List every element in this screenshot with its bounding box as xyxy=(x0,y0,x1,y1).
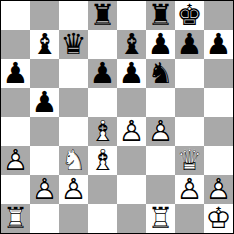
white-knight-piece[interactable]: ♞♘ xyxy=(59,146,88,175)
square-f5[interactable] xyxy=(146,88,175,117)
white-rook-outline: ♖ xyxy=(146,204,175,233)
square-g3[interactable]: ♛♕ xyxy=(175,146,204,175)
black-bishop-piece[interactable]: ♝ xyxy=(117,30,146,59)
black-king-glyph: ♚ xyxy=(175,1,204,30)
square-c6[interactable] xyxy=(59,59,88,88)
white-pawn-piece[interactable]: ♟♙ xyxy=(1,146,30,175)
black-pawn-glyph: ♟ xyxy=(117,59,146,88)
black-pawn-glyph: ♟ xyxy=(88,59,117,88)
square-e2[interactable] xyxy=(117,175,146,204)
white-pawn-outline: ♙ xyxy=(146,117,175,146)
black-pawn-glyph: ♟ xyxy=(146,30,175,59)
black-pawn-piece[interactable]: ♟ xyxy=(30,88,59,117)
white-knight-outline: ♘ xyxy=(59,146,88,175)
square-a1[interactable]: ♜♖ xyxy=(1,204,30,233)
white-pawn-outline: ♙ xyxy=(175,175,204,204)
square-d4[interactable]: ♝♗ xyxy=(88,117,117,146)
black-queen-piece[interactable]: ♛ xyxy=(59,30,88,59)
square-d3[interactable]: ♝♗ xyxy=(88,146,117,175)
white-bishop-piece[interactable]: ♝♗ xyxy=(88,146,117,175)
black-rook-glyph: ♜ xyxy=(146,1,175,30)
square-a8[interactable] xyxy=(1,1,30,30)
black-bishop-glyph: ♝ xyxy=(30,30,59,59)
square-a6[interactable]: ♟ xyxy=(1,59,30,88)
square-a2[interactable] xyxy=(1,175,30,204)
white-pawn-piece[interactable]: ♟♙ xyxy=(146,117,175,146)
white-queen-piece[interactable]: ♛♕ xyxy=(175,146,204,175)
black-pawn-piece[interactable]: ♟ xyxy=(88,59,117,88)
square-g4[interactable] xyxy=(175,117,204,146)
black-pawn-glyph: ♟ xyxy=(30,88,59,117)
square-e8[interactable] xyxy=(117,1,146,30)
square-h2[interactable]: ♟♙ xyxy=(204,175,233,204)
white-pawn-outline: ♙ xyxy=(30,175,59,204)
square-h7[interactable]: ♟ xyxy=(204,30,233,59)
square-d7[interactable] xyxy=(88,30,117,59)
chess-board: ♜♜♚♝♛♝♟♟♟♟♟♟♞♟♝♗♟♙♟♙♟♙♞♘♝♗♛♕♟♙♟♙♟♙♟♙♜♖♜♖… xyxy=(1,1,233,233)
square-e3[interactable] xyxy=(117,146,146,175)
square-g6[interactable] xyxy=(175,59,204,88)
square-h8[interactable] xyxy=(204,1,233,30)
white-rook-piece[interactable]: ♜♖ xyxy=(146,204,175,233)
white-bishop-outline: ♗ xyxy=(88,146,117,175)
white-pawn-piece[interactable]: ♟♙ xyxy=(175,175,204,204)
white-rook-outline: ♖ xyxy=(1,204,30,233)
square-c1[interactable] xyxy=(59,204,88,233)
black-bishop-glyph: ♝ xyxy=(117,30,146,59)
square-g2[interactable]: ♟♙ xyxy=(175,175,204,204)
square-h4[interactable] xyxy=(204,117,233,146)
black-knight-glyph: ♞ xyxy=(146,59,175,88)
square-c2[interactable]: ♟♙ xyxy=(59,175,88,204)
square-e7[interactable]: ♝ xyxy=(117,30,146,59)
white-king-piece[interactable]: ♚♔ xyxy=(204,204,233,233)
square-a5[interactable] xyxy=(1,88,30,117)
square-a7[interactable] xyxy=(1,30,30,59)
white-pawn-piece[interactable]: ♟♙ xyxy=(30,175,59,204)
square-d8[interactable]: ♜ xyxy=(88,1,117,30)
white-pawn-outline: ♙ xyxy=(117,117,146,146)
square-d5[interactable] xyxy=(88,88,117,117)
white-bishop-piece[interactable]: ♝♗ xyxy=(88,117,117,146)
square-h3[interactable] xyxy=(204,146,233,175)
black-pawn-piece[interactable]: ♟ xyxy=(204,30,233,59)
white-queen-outline: ♕ xyxy=(175,146,204,175)
square-g8[interactable]: ♚ xyxy=(175,1,204,30)
black-pawn-piece[interactable]: ♟ xyxy=(1,59,30,88)
square-c7[interactable]: ♛ xyxy=(59,30,88,59)
square-d1[interactable] xyxy=(88,204,117,233)
chess-board-frame: ♜♜♚♝♛♝♟♟♟♟♟♟♞♟♝♗♟♙♟♙♟♙♞♘♝♗♛♕♟♙♟♙♟♙♟♙♜♖♜♖… xyxy=(0,0,234,234)
black-rook-glyph: ♜ xyxy=(88,1,117,30)
white-pawn-piece[interactable]: ♟♙ xyxy=(204,175,233,204)
black-queen-glyph: ♛ xyxy=(59,30,88,59)
square-c3[interactable]: ♞♘ xyxy=(59,146,88,175)
black-pawn-glyph: ♟ xyxy=(175,30,204,59)
square-c5[interactable] xyxy=(59,88,88,117)
white-bishop-outline: ♗ xyxy=(88,117,117,146)
square-b7[interactable]: ♝ xyxy=(30,30,59,59)
square-b2[interactable]: ♟♙ xyxy=(30,175,59,204)
square-e4[interactable]: ♟♙ xyxy=(117,117,146,146)
black-king-piece[interactable]: ♚ xyxy=(175,1,204,30)
black-pawn-piece[interactable]: ♟ xyxy=(117,59,146,88)
square-f8[interactable]: ♜ xyxy=(146,1,175,30)
square-d6[interactable]: ♟ xyxy=(88,59,117,88)
square-b5[interactable]: ♟ xyxy=(30,88,59,117)
square-f7[interactable]: ♟ xyxy=(146,30,175,59)
square-a3[interactable]: ♟♙ xyxy=(1,146,30,175)
square-e5[interactable] xyxy=(117,88,146,117)
square-b8[interactable] xyxy=(30,1,59,30)
black-bishop-piece[interactable]: ♝ xyxy=(30,30,59,59)
square-f4[interactable]: ♟♙ xyxy=(146,117,175,146)
square-g7[interactable]: ♟ xyxy=(175,30,204,59)
square-b4[interactable] xyxy=(30,117,59,146)
white-pawn-piece[interactable]: ♟♙ xyxy=(59,175,88,204)
square-g1[interactable] xyxy=(175,204,204,233)
square-f2[interactable] xyxy=(146,175,175,204)
black-pawn-piece[interactable]: ♟ xyxy=(175,30,204,59)
square-b3[interactable] xyxy=(30,146,59,175)
square-g5[interactable] xyxy=(175,88,204,117)
black-pawn-glyph: ♟ xyxy=(1,59,30,88)
square-c8[interactable] xyxy=(59,1,88,30)
white-king-outline: ♔ xyxy=(204,204,233,233)
black-rook-piece[interactable]: ♜ xyxy=(146,1,175,30)
square-a4[interactable] xyxy=(1,117,30,146)
square-b1[interactable] xyxy=(30,204,59,233)
black-pawn-piece[interactable]: ♟ xyxy=(146,30,175,59)
square-e1[interactable] xyxy=(117,204,146,233)
square-f3[interactable] xyxy=(146,146,175,175)
white-pawn-piece[interactable]: ♟♙ xyxy=(117,117,146,146)
white-pawn-outline: ♙ xyxy=(204,175,233,204)
black-knight-piece[interactable]: ♞ xyxy=(146,59,175,88)
square-d2[interactable] xyxy=(88,175,117,204)
square-h1[interactable]: ♚♔ xyxy=(204,204,233,233)
square-h6[interactable] xyxy=(204,59,233,88)
white-rook-piece[interactable]: ♜♖ xyxy=(1,204,30,233)
square-f1[interactable]: ♜♖ xyxy=(146,204,175,233)
white-pawn-outline: ♙ xyxy=(1,146,30,175)
black-pawn-glyph: ♟ xyxy=(204,30,233,59)
square-c4[interactable] xyxy=(59,117,88,146)
square-h5[interactable] xyxy=(204,88,233,117)
square-b6[interactable] xyxy=(30,59,59,88)
white-pawn-outline: ♙ xyxy=(59,175,88,204)
square-f6[interactable]: ♞ xyxy=(146,59,175,88)
square-e6[interactable]: ♟ xyxy=(117,59,146,88)
black-rook-piece[interactable]: ♜ xyxy=(88,1,117,30)
